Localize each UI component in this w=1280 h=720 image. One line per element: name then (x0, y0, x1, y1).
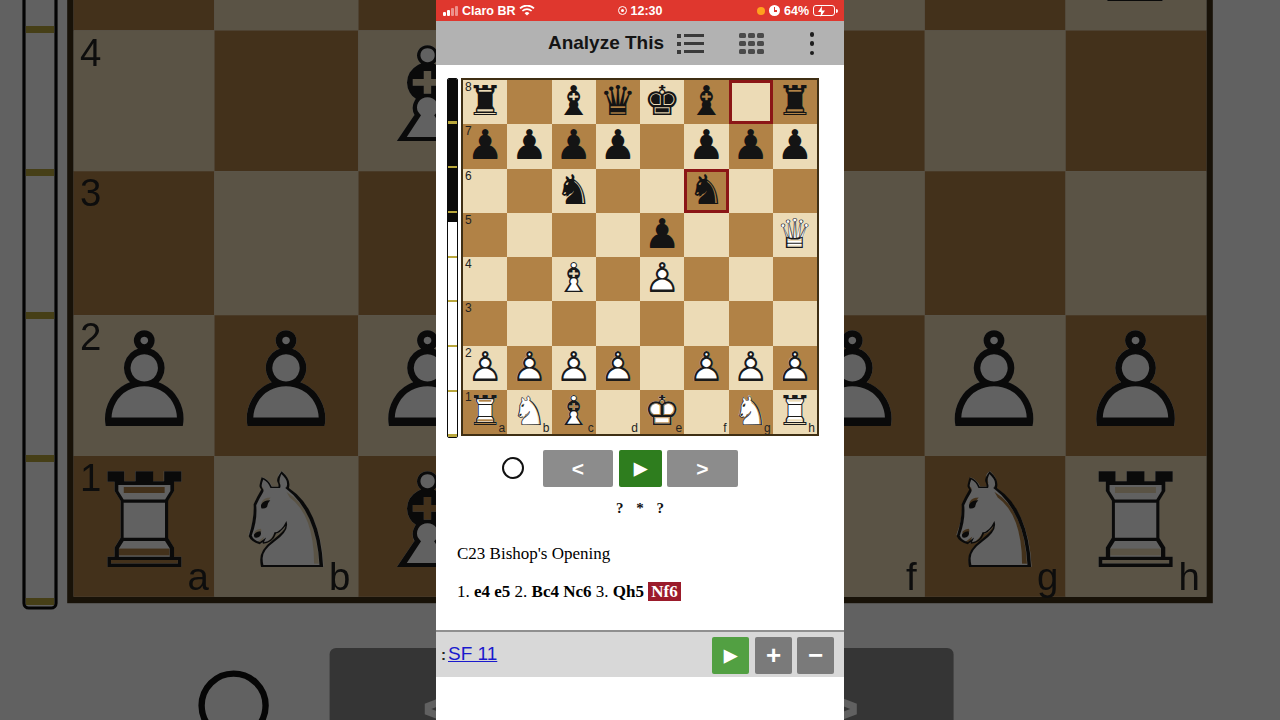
white-king[interactable]: ♚♔ (640, 390, 684, 434)
square-b8[interactable] (507, 80, 551, 124)
black-pawn[interactable]: ♟ (552, 124, 596, 168)
alarm-icon (769, 5, 780, 16)
square-h7[interactable]: ♟ (773, 124, 817, 168)
square-b6[interactable] (507, 169, 551, 213)
black-queen[interactable]: ♛ (596, 80, 640, 124)
move-token[interactable]: 1. (457, 582, 474, 601)
square-g6[interactable] (729, 169, 773, 213)
phone-screen: Claro BR 12:30 64% Analyz (436, 0, 844, 720)
carrier-label: Claro BR (462, 4, 515, 18)
square-e2[interactable] (640, 346, 684, 390)
white-pawn[interactable]: ♟♙ (596, 346, 640, 390)
square-b7[interactable]: ♟ (507, 124, 551, 168)
rank-label: 5 (465, 213, 472, 227)
square-a2[interactable]: 2♟♙ (463, 346, 507, 390)
square-g3[interactable] (729, 301, 773, 345)
square-f1[interactable]: f (684, 390, 728, 434)
square-a1[interactable]: 1a♜♖ (463, 390, 507, 434)
square-b1[interactable]: b♞♘ (507, 390, 551, 434)
engine-handle: : (441, 646, 446, 663)
white-rook[interactable]: ♜♖ (463, 390, 507, 434)
square-c8[interactable]: ♝ (552, 80, 596, 124)
square-b4[interactable] (507, 257, 551, 301)
board-grid-icon[interactable] (739, 33, 764, 54)
white-pawn[interactable]: ♟♙ (507, 346, 551, 390)
white-rook[interactable]: ♜♖ (773, 390, 817, 434)
square-f7[interactable]: ♟ (684, 124, 728, 168)
square-c1[interactable]: c♝♗ (552, 390, 596, 434)
battery-icon (813, 5, 835, 16)
eval-bar (447, 78, 458, 438)
battery-label: 64% (784, 4, 809, 18)
engine-start-button[interactable]: ▶ (712, 637, 749, 674)
engine-remove-button[interactable]: − (797, 637, 834, 674)
move-token[interactable]: Qh5 (613, 582, 648, 601)
white-pawn[interactable]: ♟♙ (463, 346, 507, 390)
square-h5[interactable]: ♛♕ (773, 213, 817, 257)
square-d8[interactable]: ♛ (596, 80, 640, 124)
white-pawn[interactable]: ♟♙ (729, 346, 773, 390)
white-queen[interactable]: ♛♕ (773, 213, 817, 257)
white-bishop[interactable]: ♝♗ (552, 257, 596, 301)
autoplay-button[interactable]: ▶ (619, 450, 662, 487)
flip-board-radio[interactable] (502, 457, 524, 479)
square-c7[interactable]: ♟ (552, 124, 596, 168)
square-d2[interactable]: ♟♙ (596, 346, 640, 390)
square-d6[interactable] (596, 169, 640, 213)
square-g1[interactable]: g♞♘ (729, 390, 773, 434)
square-b2[interactable]: ♟♙ (507, 346, 551, 390)
status-bar: Claro BR 12:30 64% (436, 0, 844, 21)
white-knight[interactable]: ♞♘ (729, 390, 773, 434)
white-pawn[interactable]: ♟♙ (684, 346, 728, 390)
status-left: Claro BR (443, 4, 618, 18)
move-token[interactable]: 3. (592, 582, 613, 601)
chess-board[interactable]: 8♜♝♛♚♝♜7♟♟♟♟♟♟♟6♞♞5♟♛♕4♝♗♟♙32♟♙♟♙♟♙♟♙♟♙♟… (461, 78, 819, 436)
black-pawn[interactable]: ♟ (640, 213, 684, 257)
square-f5[interactable] (684, 213, 728, 257)
square-d1[interactable]: d (596, 390, 640, 434)
square-g4[interactable] (729, 257, 773, 301)
black-pawn[interactable]: ♟ (463, 124, 507, 168)
black-pawn[interactable]: ♟ (507, 124, 551, 168)
square-c2[interactable]: ♟♙ (552, 346, 596, 390)
square-f3[interactable] (684, 301, 728, 345)
square-c6[interactable]: ♞ (552, 169, 596, 213)
square-e7[interactable] (640, 124, 684, 168)
mic-indicator-icon (757, 7, 765, 15)
white-pawn[interactable]: ♟♙ (552, 346, 596, 390)
square-e3[interactable] (640, 301, 684, 345)
title-bar: Analyze This (436, 21, 844, 65)
black-bishop[interactable]: ♝ (552, 80, 596, 124)
square-c4[interactable]: ♝♗ (552, 257, 596, 301)
white-knight[interactable]: ♞♘ (507, 390, 551, 434)
square-a4[interactable]: 4 (463, 257, 507, 301)
clock-label: 12:30 (631, 4, 663, 18)
file-label: f (723, 421, 726, 435)
square-h6[interactable] (773, 169, 817, 213)
square-e1[interactable]: e♚♔ (640, 390, 684, 434)
square-f8[interactable]: ♝ (684, 80, 728, 124)
black-pawn[interactable]: ♟ (729, 124, 773, 168)
square-e5[interactable]: ♟ (640, 213, 684, 257)
page-title: Analyze This (548, 32, 664, 54)
square-h2[interactable]: ♟♙ (773, 346, 817, 390)
square-a8[interactable]: 8♜ (463, 80, 507, 124)
square-g5[interactable] (729, 213, 773, 257)
engine-link[interactable]: SF 11 (448, 643, 497, 665)
status-center: 12:30 (618, 4, 663, 18)
current-move[interactable]: Nf6 (648, 582, 680, 601)
square-e6[interactable] (640, 169, 684, 213)
square-b5[interactable] (507, 213, 551, 257)
move-token[interactable]: 2. (510, 582, 531, 601)
black-pawn[interactable]: ♟ (684, 124, 728, 168)
white-bishop[interactable]: ♝♗ (552, 390, 596, 434)
black-pawn[interactable]: ♟ (773, 124, 817, 168)
square-d7[interactable]: ♟ (596, 124, 640, 168)
black-knight[interactable]: ♞ (684, 169, 728, 213)
square-e8[interactable]: ♚ (640, 80, 684, 124)
file-label: d (631, 421, 638, 435)
black-knight[interactable]: ♞ (552, 169, 596, 213)
square-d3[interactable] (596, 301, 640, 345)
square-g2[interactable]: ♟♙ (729, 346, 773, 390)
square-h3[interactable] (773, 301, 817, 345)
video-frame: Claro BR 12:30 64% Analyz (0, 0, 1280, 720)
rank-label: 4 (465, 257, 472, 271)
square-c3[interactable] (552, 301, 596, 345)
move-token[interactable]: Bc4 Nc6 (532, 582, 592, 601)
square-g7[interactable]: ♟ (729, 124, 773, 168)
square-f6[interactable]: ♞ (684, 169, 728, 213)
black-pawn[interactable]: ♟ (596, 124, 640, 168)
eval-ticks (448, 79, 457, 437)
forward-move-button[interactable]: > (667, 450, 738, 487)
black-king[interactable]: ♚ (640, 80, 684, 124)
move-list-icon[interactable] (677, 34, 704, 53)
rank-label: 3 (465, 301, 472, 315)
square-a7[interactable]: 7♟ (463, 124, 507, 168)
result-markers: ? * ? (436, 500, 844, 517)
engine-bar: : SF 11 ▶ + − (436, 630, 844, 677)
square-f2[interactable]: ♟♙ (684, 346, 728, 390)
move-list[interactable]: 1. e4 e5 2. Bc4 Nc6 3. Qh5 Nf6 (457, 582, 681, 602)
black-rook[interactable]: ♜ (463, 80, 507, 124)
square-a5[interactable]: 5 (463, 213, 507, 257)
wifi-icon (519, 5, 535, 17)
white-pawn[interactable]: ♟♙ (773, 346, 817, 390)
focus-icon (618, 6, 627, 15)
move-token[interactable]: e4 e5 (474, 582, 510, 601)
signal-icon (443, 6, 458, 16)
opening-name: C23 Bishop's Opening (457, 544, 610, 564)
square-h1[interactable]: h♜♖ (773, 390, 817, 434)
rank-label: 6 (465, 169, 472, 183)
square-g8[interactable] (729, 80, 773, 124)
square-h4[interactable] (773, 257, 817, 301)
white-pawn[interactable]: ♟♙ (640, 257, 684, 301)
status-right: 64% (663, 4, 838, 18)
square-d5[interactable] (596, 213, 640, 257)
overflow-menu-icon[interactable] (808, 32, 816, 55)
square-c5[interactable] (552, 213, 596, 257)
square-d4[interactable] (596, 257, 640, 301)
engine-add-button[interactable]: + (755, 637, 792, 674)
square-a6[interactable]: 6 (463, 169, 507, 213)
square-f4[interactable] (684, 257, 728, 301)
square-h8[interactable]: ♜ (773, 80, 817, 124)
square-b3[interactable] (507, 301, 551, 345)
square-a3[interactable]: 3 (463, 301, 507, 345)
square-e4[interactable]: ♟♙ (640, 257, 684, 301)
back-move-button[interactable]: < (543, 450, 613, 487)
black-rook[interactable]: ♜ (773, 80, 817, 124)
black-bishop[interactable]: ♝ (684, 80, 728, 124)
